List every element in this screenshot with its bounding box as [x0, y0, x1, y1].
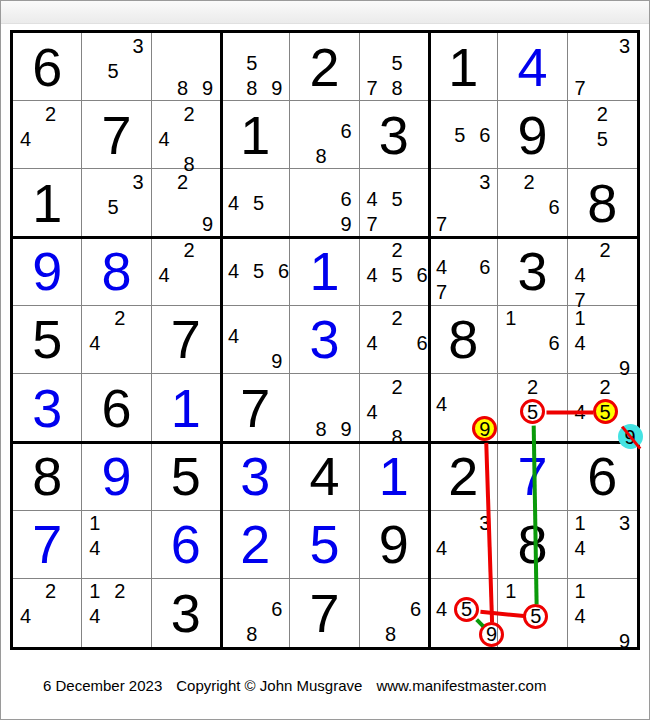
candidate-7: 7	[360, 212, 385, 237]
candidate-2: 2	[38, 579, 63, 604]
candidate-6: 6	[542, 194, 567, 219]
candidate-4: 4	[568, 399, 593, 424]
candidate-grid: 49	[221, 306, 289, 373]
candidate-grid: 24	[13, 579, 81, 647]
cell-r8c8[interactable]: 8	[498, 511, 567, 579]
cell-r1c3[interactable]: 89	[152, 33, 221, 101]
cell-value: 3	[152, 579, 220, 647]
candidate-9: 9	[195, 75, 220, 100]
candidate-5: 5	[520, 399, 545, 424]
candidate-9: 9	[618, 424, 643, 449]
candidate-3: 3	[472, 169, 497, 194]
candidate-3: 3	[612, 33, 637, 58]
cell-r6c5[interactable]: 89	[290, 374, 359, 442]
cell-r1c6[interactable]: 578	[360, 33, 429, 101]
cell-r2c7[interactable]: 56	[429, 101, 498, 169]
cell-r9c2[interactable]: 124	[82, 579, 151, 647]
cell-value: 3	[360, 101, 428, 168]
cell-r3c9[interactable]: 8	[568, 169, 637, 237]
cell-value: 3	[290, 306, 358, 373]
candidate-2: 2	[593, 238, 618, 263]
candidate-4: 4	[152, 126, 177, 151]
candidate-1: 1	[498, 579, 523, 604]
cell-value: 7	[152, 306, 220, 373]
candidate-4: 4	[152, 263, 177, 288]
cell-r7c1[interactable]: 8	[13, 442, 82, 510]
cell-r9c1[interactable]: 24	[13, 579, 82, 647]
candidate-grid: 35	[82, 169, 150, 236]
cell-r2c8[interactable]: 9	[498, 101, 567, 169]
candidate-grid: 578	[360, 33, 428, 100]
cell-r7c9[interactable]: 6	[568, 442, 637, 510]
cell-r5c8[interactable]: 16	[498, 306, 567, 374]
candidate-8: 8	[385, 75, 410, 100]
footer-website: www.manifestmaster.com	[376, 677, 546, 694]
candidate-2: 2	[593, 374, 618, 399]
cell-value: 3	[221, 442, 289, 509]
cell-r4c5[interactable]: 1	[290, 238, 359, 306]
cell-r5c2[interactable]: 24	[82, 306, 151, 374]
cell-value: 6	[152, 511, 220, 578]
candidate-9: 9	[334, 212, 359, 237]
candidate-5: 5	[590, 126, 615, 151]
candidate-1: 1	[568, 306, 593, 331]
cell-value: 8	[498, 511, 566, 578]
candidate-4: 4	[360, 187, 385, 212]
cell-r7c5[interactable]: 4	[290, 442, 359, 510]
candidate-grid: 25	[498, 374, 566, 441]
cell-r9c7[interactable]: 459	[429, 579, 498, 647]
candidate-2: 2	[590, 101, 615, 126]
cell-r5c1[interactable]: 5	[13, 306, 82, 374]
cell-r5c3[interactable]: 7	[152, 306, 221, 374]
candidate-grid: 149	[568, 306, 637, 373]
candidate-6: 6	[410, 331, 435, 356]
cell-r3c4[interactable]: 45	[221, 169, 290, 237]
candidate-3: 3	[126, 169, 151, 194]
candidate-6: 6	[334, 118, 359, 143]
candidate-4: 4	[82, 536, 107, 561]
cell-r2c2[interactable]: 7	[82, 101, 151, 169]
candidate-4: 4	[429, 597, 454, 622]
cell-r2c9[interactable]: 25	[568, 101, 637, 169]
candidate-4: 4	[568, 536, 593, 561]
cell-value: 7	[290, 579, 358, 647]
cell-r3c5[interactable]: 69	[290, 169, 359, 237]
candidate-4: 4	[429, 255, 454, 280]
candidate-grid: 68	[290, 101, 358, 168]
candidate-4: 4	[360, 399, 385, 424]
cell-r1c2[interactable]: 35	[82, 33, 151, 101]
candidate-3: 3	[472, 511, 497, 536]
footer-copyright: Copyright © John Musgrave	[176, 677, 362, 694]
candidate-2: 2	[520, 374, 545, 399]
candidate-2: 2	[38, 101, 63, 126]
cell-r5c4[interactable]: 49	[221, 306, 290, 374]
cell-r8c1[interactable]: 7	[13, 511, 82, 579]
cell-r6c7[interactable]: 49	[429, 374, 498, 442]
candidate-5: 5	[246, 191, 271, 216]
candidate-grid: 124	[82, 579, 150, 647]
cell-r8c4[interactable]: 2	[221, 511, 290, 579]
candidate-4: 4	[221, 259, 246, 284]
cell-value: 1	[152, 374, 220, 441]
candidate-2: 2	[177, 238, 202, 263]
candidate-1: 1	[82, 511, 107, 536]
candidate-8: 8	[309, 416, 334, 441]
candidate-grid: 247	[568, 238, 637, 305]
cell-value: 7	[82, 101, 150, 168]
cell-r6c4[interactable]: 7	[221, 374, 290, 442]
cell-value: 1	[429, 33, 497, 100]
candidate-4: 4	[360, 263, 385, 288]
cell-value: 2	[290, 33, 358, 100]
candidate-4: 4	[568, 263, 593, 288]
candidate-grid: 37	[568, 33, 637, 100]
cell-value: 6	[568, 442, 637, 509]
candidate-5: 5	[523, 604, 548, 629]
cell-value: 8	[82, 238, 150, 305]
candidate-grid: 29	[152, 169, 220, 236]
cell-value: 1	[360, 442, 428, 509]
cell-r6c8[interactable]: 25	[498, 374, 567, 442]
candidate-4: 4	[221, 323, 246, 348]
candidate-4: 4	[568, 604, 593, 629]
candidate-grid: 248	[360, 374, 428, 441]
cell-r1c1[interactable]: 6	[13, 33, 82, 101]
candidate-9: 9	[612, 629, 637, 654]
cell-r4c3[interactable]: 24	[152, 238, 221, 306]
candidate-8: 8	[385, 424, 410, 449]
cell-r9c8[interactable]: 15	[498, 579, 567, 647]
candidate-2: 2	[107, 579, 132, 604]
cell-r4c9[interactable]: 247	[568, 238, 637, 306]
candidate-grid: 134	[568, 511, 637, 578]
candidate-9: 9	[264, 75, 289, 100]
cell-r4c1[interactable]: 9	[13, 238, 82, 306]
window-topbar	[1, 1, 649, 24]
cell-r3c2[interactable]: 35	[82, 169, 151, 237]
cell-value: 4	[290, 442, 358, 509]
candidate-6: 6	[472, 255, 497, 280]
candidate-7: 7	[429, 212, 454, 237]
cell-r1c8[interactable]: 4	[498, 33, 567, 101]
candidate-6: 6	[264, 597, 289, 622]
cell-value: 7	[13, 511, 81, 578]
candidate-7: 7	[568, 75, 593, 100]
candidate-grid: 16	[498, 306, 566, 373]
candidate-2: 2	[385, 374, 410, 399]
cell-r4c4[interactable]: 456	[221, 238, 290, 306]
candidate-6: 6	[334, 187, 359, 212]
candidate-5: 5	[101, 194, 126, 219]
cell-r9c6[interactable]: 68	[360, 579, 429, 647]
candidate-2: 2	[107, 306, 132, 331]
cell-r2c6[interactable]: 3	[360, 101, 429, 169]
candidate-5: 5	[239, 50, 264, 75]
candidate-grid: 68	[360, 579, 428, 647]
cell-r9c4[interactable]: 68	[221, 579, 290, 647]
candidate-grid: 26	[498, 169, 566, 236]
cell-r3c8[interactable]: 26	[498, 169, 567, 237]
candidate-8: 8	[239, 622, 264, 647]
candidate-2: 2	[517, 169, 542, 194]
candidate-4: 4	[360, 331, 385, 356]
candidate-9: 9	[334, 416, 359, 441]
candidate-8: 8	[239, 75, 264, 100]
cell-value: 7	[498, 442, 566, 509]
candidate-5: 5	[454, 597, 479, 622]
candidate-1: 1	[568, 511, 593, 536]
candidate-3: 3	[612, 511, 637, 536]
candidate-5: 5	[385, 263, 410, 288]
candidate-grid: 246	[360, 306, 428, 373]
cell-r4c7[interactable]: 467	[429, 238, 498, 306]
cell-r7c2[interactable]: 9	[82, 442, 151, 510]
candidate-grid: 24	[82, 306, 150, 373]
cell-r6c6[interactable]: 248	[360, 374, 429, 442]
candidate-4: 4	[13, 604, 38, 629]
candidate-4: 4	[82, 604, 107, 629]
candidate-grid: 34	[429, 511, 497, 578]
cell-r8c6[interactable]: 9	[360, 511, 429, 579]
cell-r3c1[interactable]: 1	[13, 169, 82, 237]
candidate-5: 5	[385, 187, 410, 212]
cell-value: 2	[429, 442, 497, 509]
candidate-6: 6	[472, 122, 497, 147]
app-window: 6358958925781437247248168356925135294569…	[0, 0, 650, 720]
candidate-grid: 248	[152, 101, 220, 168]
cell-value: 4	[498, 33, 566, 100]
cell-r7c3[interactable]: 5	[152, 442, 221, 510]
cell-r9c9[interactable]: 149	[568, 579, 637, 647]
cell-value: 8	[429, 306, 497, 373]
cell-r8c9[interactable]: 134	[568, 511, 637, 579]
cell-r2c5[interactable]: 68	[290, 101, 359, 169]
footer-date: 6 December 2023	[43, 677, 162, 694]
cell-r5c9[interactable]: 149	[568, 306, 637, 374]
candidate-2: 2	[170, 169, 195, 194]
cell-value: 9	[360, 511, 428, 578]
candidate-6: 6	[542, 331, 567, 356]
candidate-grid: 459	[429, 579, 497, 647]
cell-r3c3[interactable]: 29	[152, 169, 221, 237]
candidate-9: 9	[264, 348, 289, 373]
candidate-3: 3	[126, 33, 151, 58]
cell-r5c5[interactable]: 3	[290, 306, 359, 374]
cell-value: 6	[82, 374, 150, 441]
candidate-grid: 2456	[360, 238, 428, 305]
candidate-grid: 456	[221, 238, 289, 305]
candidate-grid: 89	[152, 33, 220, 100]
candidate-grid: 45	[221, 169, 289, 236]
cell-value: 9	[498, 101, 566, 168]
candidate-2: 2	[385, 238, 410, 263]
candidate-2: 2	[177, 101, 202, 126]
candidate-5: 5	[101, 58, 126, 83]
sudoku-board: 6358958925781437247248168356925135294569…	[10, 30, 640, 650]
candidate-grid: 24	[152, 238, 220, 305]
candidate-7: 7	[360, 75, 385, 100]
candidate-4: 4	[82, 331, 107, 356]
candidate-1: 1	[568, 579, 593, 604]
candidate-8: 8	[309, 143, 334, 168]
candidate-grid: 15	[498, 579, 566, 647]
candidate-7: 7	[429, 280, 454, 305]
cell-value: 2	[221, 511, 289, 578]
candidate-grid: 24	[13, 101, 81, 168]
cell-r6c1[interactable]: 3	[13, 374, 82, 442]
cell-value: 9	[82, 442, 150, 509]
cell-r8c3[interactable]: 6	[152, 511, 221, 579]
cell-r9c3[interactable]: 3	[152, 579, 221, 647]
candidate-5: 5	[246, 259, 271, 284]
candidate-grid: 589	[221, 33, 289, 100]
cell-value: 6	[13, 33, 81, 100]
candidate-6: 6	[403, 597, 428, 622]
cell-r5c7[interactable]: 8	[429, 306, 498, 374]
cell-r8c5[interactable]: 5	[290, 511, 359, 579]
cell-value: 5	[13, 306, 81, 373]
candidate-4: 4	[429, 391, 454, 416]
cell-value: 1	[13, 169, 81, 236]
cell-r1c9[interactable]: 37	[568, 33, 637, 101]
cell-value: 3	[13, 374, 81, 441]
candidate-grid: 25	[568, 101, 637, 168]
cell-r3c6[interactable]: 457	[360, 169, 429, 237]
candidate-4: 4	[221, 191, 246, 216]
candidate-grid: 2459	[568, 374, 637, 441]
cell-value: 5	[152, 442, 220, 509]
candidate-9: 9	[472, 416, 497, 441]
cell-r2c1[interactable]: 24	[13, 101, 82, 169]
candidate-5: 5	[593, 399, 618, 424]
cell-r7c7[interactable]: 2	[429, 442, 498, 510]
cell-r1c7[interactable]: 1	[429, 33, 498, 101]
candidate-grid: 37	[429, 169, 497, 236]
cell-r1c5[interactable]: 2	[290, 33, 359, 101]
cell-value: 7	[221, 374, 289, 441]
cell-r6c2[interactable]: 6	[82, 374, 151, 442]
candidate-5: 5	[447, 122, 472, 147]
candidate-grid: 14	[82, 511, 150, 578]
cell-r5c6[interactable]: 246	[360, 306, 429, 374]
cell-r7c6[interactable]: 1	[360, 442, 429, 510]
cell-r2c4[interactable]: 1	[221, 101, 290, 169]
candidate-grid: 35	[82, 33, 150, 100]
candidate-9: 9	[195, 212, 220, 237]
cell-value: 3	[498, 238, 566, 305]
cell-r6c9[interactable]: 2459	[568, 374, 637, 442]
cell-r8c7[interactable]: 34	[429, 511, 498, 579]
candidate-4: 4	[568, 331, 593, 356]
candidate-1: 1	[82, 579, 107, 604]
cell-r9c5[interactable]: 7	[290, 579, 359, 647]
cell-r1c4[interactable]: 589	[221, 33, 290, 101]
cell-value: 1	[221, 101, 289, 168]
candidate-grid: 149	[568, 579, 637, 647]
cell-r6c3[interactable]: 1	[152, 374, 221, 442]
candidate-1: 1	[498, 306, 523, 331]
cell-r7c4[interactable]: 3	[221, 442, 290, 510]
cell-value: 5	[290, 511, 358, 578]
cell-r4c8[interactable]: 3	[498, 238, 567, 306]
candidate-grid: 457	[360, 169, 428, 236]
candidate-8: 8	[378, 622, 403, 647]
candidate-grid: 68	[221, 579, 289, 647]
candidate-5: 5	[385, 50, 410, 75]
cell-r7c8[interactable]: 7	[498, 442, 567, 510]
candidate-4: 4	[429, 536, 454, 561]
candidate-4: 4	[13, 126, 38, 151]
cell-value: 8	[568, 169, 637, 236]
cell-r8c2[interactable]: 14	[82, 511, 151, 579]
cell-value: 8	[13, 442, 81, 509]
cell-value: 9	[13, 238, 81, 305]
candidate-grid: 69	[290, 169, 358, 236]
candidate-8: 8	[170, 75, 195, 100]
cell-value: 1	[290, 238, 358, 305]
cell-r2c3[interactable]: 248	[152, 101, 221, 169]
candidate-grid: 89	[290, 374, 358, 441]
footer: 6 December 2023 Copyright © John Musgrav…	[43, 677, 546, 694]
candidate-grid: 56	[429, 101, 497, 168]
candidate-grid: 467	[429, 238, 497, 305]
candidate-grid: 49	[429, 374, 497, 441]
candidate-6: 6	[271, 259, 296, 284]
cell-r4c2[interactable]: 8	[82, 238, 151, 306]
cell-r3c7[interactable]: 37	[429, 169, 498, 237]
candidate-2: 2	[385, 306, 410, 331]
cell-r4c6[interactable]: 2456	[360, 238, 429, 306]
